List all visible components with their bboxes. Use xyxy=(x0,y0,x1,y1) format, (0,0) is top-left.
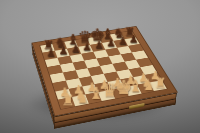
piece-black-pawn: ♟ xyxy=(81,42,93,53)
piece-black-pawn: ♟ xyxy=(128,34,140,44)
piece-black-pawn: ♟ xyxy=(116,36,128,46)
square-a7: ♟ xyxy=(43,51,58,60)
square-h4 xyxy=(136,58,152,67)
piece-white-knight: ♞ xyxy=(75,89,89,104)
square-c5 xyxy=(72,61,87,71)
piece-black-pawn: ♟ xyxy=(105,38,117,48)
square-b4 xyxy=(63,70,79,80)
square-a1: ♜ xyxy=(58,97,75,109)
piece-white-rook: ♜ xyxy=(61,93,75,107)
brass-latch xyxy=(129,103,144,109)
piece-black-pawn: ♟ xyxy=(93,40,105,51)
piece-white-bishop: ♝ xyxy=(88,86,102,102)
piece-white-queen: ♛ xyxy=(102,81,116,99)
chess-box: ♜♞♝♛♚♝♞♜♟♟♟♟♟♟♟♟♟♟♟♟♟♟♟♟♜♞♝♛♚♝♞♜ xyxy=(31,26,178,116)
piece-white-rook: ♜ xyxy=(154,76,168,90)
piece-white-knight: ♞ xyxy=(141,77,155,92)
piece-black-pawn: ♟ xyxy=(57,46,69,57)
piece-black-pawn: ♟ xyxy=(45,48,57,59)
photo-scene: ♜♞♝♛♚♝♞♜♟♟♟♟♟♟♟♟♟♟♟♟♟♟♟♟♜♞♝♛♚♝♞♜ xyxy=(0,0,200,133)
piece-black-pawn: ♟ xyxy=(69,44,81,55)
